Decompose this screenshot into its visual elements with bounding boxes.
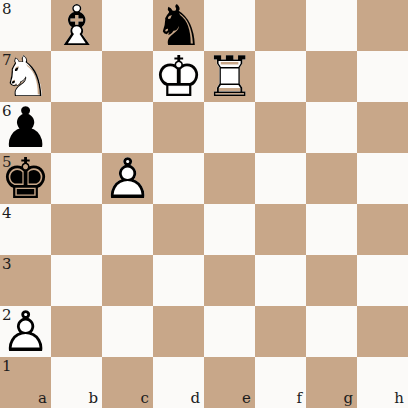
square-e3[interactable] xyxy=(204,255,255,306)
square-a1[interactable]: 1a xyxy=(0,357,51,408)
rank-label-4: 4 xyxy=(2,206,12,221)
square-h4[interactable] xyxy=(357,204,408,255)
square-b5[interactable] xyxy=(51,153,102,204)
square-d6[interactable] xyxy=(153,102,204,153)
square-d1[interactable]: d xyxy=(153,357,204,408)
white-bishop-glyph-fill: ♝ xyxy=(51,0,102,51)
square-a2[interactable]: 2♟♙ xyxy=(0,306,51,357)
square-b3[interactable] xyxy=(51,255,102,306)
rank-label-3: 3 xyxy=(2,257,12,272)
square-c5[interactable]: ♟♙ xyxy=(102,153,153,204)
square-c7[interactable] xyxy=(102,51,153,102)
square-h1[interactable]: h xyxy=(357,357,408,408)
square-b4[interactable] xyxy=(51,204,102,255)
square-e1[interactable]: e xyxy=(204,357,255,408)
square-f1[interactable]: f xyxy=(255,357,306,408)
square-h6[interactable] xyxy=(357,102,408,153)
white-pawn-glyph: ♙ xyxy=(0,306,51,357)
square-e7[interactable]: ♜♖ xyxy=(204,51,255,102)
square-g8[interactable] xyxy=(306,0,357,51)
square-f3[interactable] xyxy=(255,255,306,306)
square-f8[interactable] xyxy=(255,0,306,51)
square-d3[interactable] xyxy=(153,255,204,306)
square-d8[interactable]: ♞ xyxy=(153,0,204,51)
square-g3[interactable] xyxy=(306,255,357,306)
square-g2[interactable] xyxy=(306,306,357,357)
square-e2[interactable] xyxy=(204,306,255,357)
square-f2[interactable] xyxy=(255,306,306,357)
square-b8[interactable]: ♝♗ xyxy=(51,0,102,51)
file-label-g: g xyxy=(343,391,353,406)
square-g4[interactable] xyxy=(306,204,357,255)
file-label-d: d xyxy=(190,391,200,406)
file-label-h: h xyxy=(394,391,404,406)
piece-white-pawn[interactable]: ♟♙ xyxy=(102,153,153,204)
square-a7[interactable]: 7♞♘ xyxy=(0,51,51,102)
square-b6[interactable] xyxy=(51,102,102,153)
square-g5[interactable] xyxy=(306,153,357,204)
piece-black-pawn[interactable]: ♟ xyxy=(0,102,51,153)
file-label-e: e xyxy=(242,391,251,406)
square-e6[interactable] xyxy=(204,102,255,153)
white-rook-glyph-fill: ♜ xyxy=(204,51,255,102)
piece-white-bishop[interactable]: ♝♗ xyxy=(51,0,102,51)
white-rook-glyph: ♖ xyxy=(204,51,255,102)
piece-black-knight[interactable]: ♞ xyxy=(153,0,204,51)
square-b7[interactable] xyxy=(51,51,102,102)
black-knight-glyph: ♞ xyxy=(153,0,204,51)
square-g7[interactable] xyxy=(306,51,357,102)
rank-label-1: 1 xyxy=(2,359,12,374)
white-bishop-glyph: ♗ xyxy=(51,0,102,51)
black-pawn-glyph: ♟ xyxy=(0,102,51,153)
square-b1[interactable]: b xyxy=(51,357,102,408)
square-h2[interactable] xyxy=(357,306,408,357)
rank-label-8: 8 xyxy=(2,2,12,17)
square-c8[interactable] xyxy=(102,0,153,51)
square-g6[interactable] xyxy=(306,102,357,153)
white-pawn-glyph: ♙ xyxy=(102,153,153,204)
file-label-b: b xyxy=(88,391,98,406)
piece-white-pawn[interactable]: ♟♙ xyxy=(0,306,51,357)
square-b2[interactable] xyxy=(51,306,102,357)
black-king-glyph: ♚ xyxy=(0,153,51,204)
square-d4[interactable] xyxy=(153,204,204,255)
white-king-glyph-fill: ♚ xyxy=(153,51,204,102)
piece-black-king[interactable]: ♚ xyxy=(0,153,51,204)
white-knight-glyph-fill: ♞ xyxy=(0,51,51,102)
square-f7[interactable] xyxy=(255,51,306,102)
square-h5[interactable] xyxy=(357,153,408,204)
chess-board: 8♝♗♞7♞♘♚♔♜♖6♟5♚♟♙432♟♙1abcdefgh xyxy=(0,0,408,408)
square-e4[interactable] xyxy=(204,204,255,255)
square-e5[interactable] xyxy=(204,153,255,204)
square-h3[interactable] xyxy=(357,255,408,306)
square-a4[interactable]: 4 xyxy=(0,204,51,255)
square-a3[interactable]: 3 xyxy=(0,255,51,306)
square-c6[interactable] xyxy=(102,102,153,153)
square-a8[interactable]: 8 xyxy=(0,0,51,51)
file-label-f: f xyxy=(296,391,302,406)
square-c1[interactable]: c xyxy=(102,357,153,408)
white-knight-glyph: ♘ xyxy=(0,51,51,102)
white-pawn-glyph-fill: ♟ xyxy=(102,153,153,204)
file-label-a: a xyxy=(38,391,47,406)
square-c2[interactable] xyxy=(102,306,153,357)
square-a5[interactable]: 5♚ xyxy=(0,153,51,204)
white-pawn-glyph-fill: ♟ xyxy=(0,306,51,357)
square-h8[interactable] xyxy=(357,0,408,51)
square-c3[interactable] xyxy=(102,255,153,306)
square-c4[interactable] xyxy=(102,204,153,255)
file-label-c: c xyxy=(141,391,149,406)
square-a6[interactable]: 6♟ xyxy=(0,102,51,153)
white-king-glyph: ♔ xyxy=(153,51,204,102)
square-g1[interactable]: g xyxy=(306,357,357,408)
square-d2[interactable] xyxy=(153,306,204,357)
square-h7[interactable] xyxy=(357,51,408,102)
square-f5[interactable] xyxy=(255,153,306,204)
piece-white-knight[interactable]: ♞♘ xyxy=(0,51,51,102)
piece-white-king[interactable]: ♚♔ xyxy=(153,51,204,102)
square-f6[interactable] xyxy=(255,102,306,153)
square-e8[interactable] xyxy=(204,0,255,51)
square-f4[interactable] xyxy=(255,204,306,255)
piece-white-rook[interactable]: ♜♖ xyxy=(204,51,255,102)
square-d7[interactable]: ♚♔ xyxy=(153,51,204,102)
square-d5[interactable] xyxy=(153,153,204,204)
